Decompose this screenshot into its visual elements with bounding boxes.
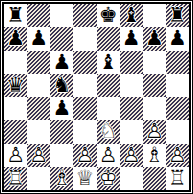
black-queen-piece: ♛ (4, 74, 27, 97)
black-pawn-piece: ♟ (4, 27, 27, 50)
white-pawn-piece: ♙ (4, 144, 27, 167)
square-c7[interactable] (50, 27, 73, 50)
black-rook-piece: ♜ (4, 4, 27, 27)
square-d1[interactable]: ♛♕ (73, 167, 96, 190)
square-h3[interactable] (166, 120, 189, 143)
white-knight-fill: ♞ (97, 120, 120, 143)
square-f6[interactable] (120, 51, 143, 74)
square-b4[interactable] (27, 97, 50, 120)
white-pawn-piece: ♙ (73, 144, 96, 167)
white-queen-piece: ♕ (73, 167, 96, 190)
white-rook-piece: ♖ (4, 167, 27, 190)
white-bishop-fill: ♝ (143, 144, 166, 167)
black-pawn-piece: ♟ (166, 27, 189, 50)
square-e8[interactable]: ♚ (97, 4, 120, 27)
square-d3[interactable] (73, 120, 96, 143)
square-a2[interactable]: ♟♙ (4, 144, 27, 167)
square-e2[interactable]: ♟♙ (97, 144, 120, 167)
white-queen-fill: ♛ (73, 167, 96, 190)
white-rook-fill: ♜ (4, 167, 27, 190)
square-b1[interactable] (27, 167, 50, 190)
square-g4[interactable] (143, 97, 166, 120)
square-e3[interactable]: ♞♘ (97, 120, 120, 143)
square-e6[interactable]: ♝ (97, 51, 120, 74)
square-f8[interactable]: ♝ (120, 4, 143, 27)
black-pawn-piece: ♟ (50, 97, 73, 120)
square-b5[interactable] (27, 74, 50, 97)
square-b8[interactable] (27, 4, 50, 27)
square-f3[interactable] (120, 120, 143, 143)
white-king-piece: ♔ (97, 167, 120, 190)
white-pawn-fill: ♟ (73, 144, 96, 167)
white-king-fill: ♚ (97, 167, 120, 190)
square-d6[interactable] (73, 51, 96, 74)
white-rook-fill: ♜ (166, 167, 189, 190)
square-f7[interactable]: ♟ (120, 27, 143, 50)
white-pawn-piece: ♙ (143, 120, 166, 143)
square-a3[interactable] (4, 120, 27, 143)
square-c6[interactable]: ♟ (50, 51, 73, 74)
square-b3[interactable] (27, 120, 50, 143)
square-e5[interactable] (97, 74, 120, 97)
square-b7[interactable]: ♟ (27, 27, 50, 50)
square-h4[interactable] (166, 97, 189, 120)
white-rook-piece: ♖ (166, 167, 189, 190)
square-e7[interactable] (97, 27, 120, 50)
square-c5[interactable]: ♞ (50, 74, 73, 97)
white-pawn-piece: ♙ (27, 144, 50, 167)
square-g8[interactable] (143, 4, 166, 27)
white-pawn-piece: ♙ (97, 144, 120, 167)
square-h2[interactable]: ♟♙ (166, 144, 189, 167)
square-b2[interactable]: ♟♙ (27, 144, 50, 167)
black-bishop-piece: ♝ (97, 51, 120, 74)
white-pawn-piece: ♙ (120, 144, 143, 167)
white-pawn-fill: ♟ (143, 120, 166, 143)
white-pawn-piece: ♙ (166, 144, 189, 167)
white-pawn-fill: ♟ (97, 144, 120, 167)
square-c2[interactable] (50, 144, 73, 167)
square-f1[interactable] (120, 167, 143, 190)
square-g6[interactable] (143, 51, 166, 74)
square-h5[interactable] (166, 74, 189, 97)
black-bishop-piece: ♝ (120, 4, 143, 27)
square-f4[interactable] (120, 97, 143, 120)
board-frame: ♜♚♝♜♟♟♟♟♟♟♝♛♞♟♞♘♟♙♟♙♟♙♟♙♟♙♟♙♝♗♟♙♜♖♝♗♛♕♚♔… (2, 2, 191, 192)
black-pawn-piece: ♟ (50, 51, 73, 74)
black-rook-piece: ♜ (166, 4, 189, 27)
square-d8[interactable] (73, 4, 96, 27)
square-c8[interactable] (50, 4, 73, 27)
white-bishop-fill: ♝ (50, 167, 73, 190)
square-b6[interactable] (27, 51, 50, 74)
square-h7[interactable]: ♟ (166, 27, 189, 50)
square-e1[interactable]: ♚♔ (97, 167, 120, 190)
square-h8[interactable]: ♜ (166, 4, 189, 27)
white-pawn-fill: ♟ (4, 144, 27, 167)
chess-board: ♜♚♝♜♟♟♟♟♟♟♝♛♞♟♞♘♟♙♟♙♟♙♟♙♟♙♟♙♝♗♟♙♜♖♝♗♛♕♚♔… (4, 4, 189, 190)
black-knight-piece: ♞ (50, 74, 73, 97)
square-a5[interactable]: ♛ (4, 74, 27, 97)
square-g7[interactable]: ♟ (143, 27, 166, 50)
chess-diagram: ♜♚♝♜♟♟♟♟♟♟♝♛♞♟♞♘♟♙♟♙♟♙♟♙♟♙♟♙♝♗♟♙♜♖♝♗♛♕♚♔… (0, 0, 193, 194)
square-a4[interactable] (4, 97, 27, 120)
black-pawn-piece: ♟ (120, 27, 143, 50)
black-king-piece: ♚ (97, 4, 120, 27)
square-c4[interactable]: ♟ (50, 97, 73, 120)
square-c1[interactable]: ♝♗ (50, 167, 73, 190)
square-g1[interactable] (143, 167, 166, 190)
square-e4[interactable] (97, 97, 120, 120)
square-c3[interactable] (50, 120, 73, 143)
white-pawn-fill: ♟ (120, 144, 143, 167)
square-g2[interactable]: ♝♗ (143, 144, 166, 167)
square-a8[interactable]: ♜ (4, 4, 27, 27)
white-pawn-fill: ♟ (27, 144, 50, 167)
square-d5[interactable] (73, 74, 96, 97)
square-g5[interactable] (143, 74, 166, 97)
white-pawn-fill: ♟ (166, 144, 189, 167)
square-f5[interactable] (120, 74, 143, 97)
square-a6[interactable] (4, 51, 27, 74)
square-d7[interactable] (73, 27, 96, 50)
square-h1[interactable]: ♜♖ (166, 167, 189, 190)
white-bishop-piece: ♗ (50, 167, 73, 190)
square-g3[interactable]: ♟♙ (143, 120, 166, 143)
white-bishop-piece: ♗ (143, 144, 166, 167)
square-f2[interactable]: ♟♙ (120, 144, 143, 167)
square-h6[interactable] (166, 51, 189, 74)
square-a1[interactable]: ♜♖ (4, 167, 27, 190)
black-pawn-piece: ♟ (143, 27, 166, 50)
square-a7[interactable]: ♟ (4, 27, 27, 50)
white-knight-piece: ♘ (97, 120, 120, 143)
black-pawn-piece: ♟ (27, 27, 50, 50)
square-d2[interactable]: ♟♙ (73, 144, 96, 167)
square-d4[interactable] (73, 97, 96, 120)
